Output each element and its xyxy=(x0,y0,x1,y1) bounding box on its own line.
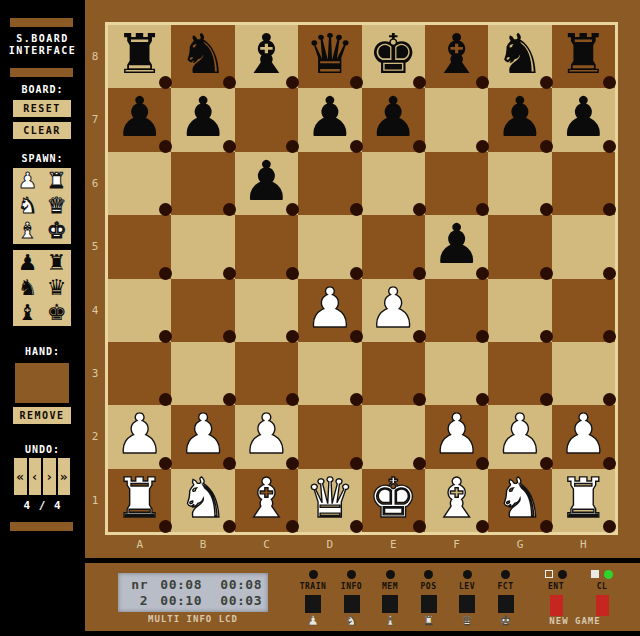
spawn-black-knight[interactable]: ♞ xyxy=(18,276,38,300)
square-f5[interactable]: ♟ xyxy=(425,215,488,278)
board-section-label: BOARD: xyxy=(0,84,85,95)
square-b3[interactable] xyxy=(171,342,234,405)
board-border: ♜♞♝♛♚♝♞♜♟♟♟♟♟♟♟♟♟♟♟♟♟♟♟♟♜♞♝♛♚♝♞♜ xyxy=(105,22,618,535)
square-a7[interactable]: ♟ xyxy=(108,88,171,151)
sensor-dot xyxy=(350,203,363,216)
square-a5[interactable] xyxy=(108,215,171,278)
white-knight-icon: ♞ xyxy=(18,193,38,218)
lcd-row-2: 200:1000:03 xyxy=(126,593,268,609)
undo-counter: 4 / 4 xyxy=(0,499,85,512)
white-queen-icon: ♛ xyxy=(47,193,67,218)
indicator-row xyxy=(309,569,318,579)
square-e4[interactable]: ♟ xyxy=(362,279,425,342)
piece-white-rook: ♜ xyxy=(108,467,171,530)
bishop-icon: ♝ xyxy=(384,614,396,627)
indicator-row xyxy=(347,569,356,579)
sidebar: S.BOARD INTERFACE BOARD: RESET CLEAR SPA… xyxy=(0,0,85,636)
square-c6[interactable]: ♟ xyxy=(235,152,298,215)
spawn-white-pawn[interactable]: ♟ xyxy=(18,169,38,193)
piece-white-pawn: ♟ xyxy=(235,403,298,466)
undo-section-label: UNDO: xyxy=(0,444,85,455)
status-led xyxy=(347,570,356,579)
square-f7[interactable] xyxy=(425,88,488,151)
rank-label-3: 3 xyxy=(87,342,103,405)
lev-label: LEV xyxy=(459,582,475,591)
piece-white-knight: ♞ xyxy=(171,467,234,530)
black-bishop-icon: ♝ xyxy=(18,300,38,325)
undo-last-button[interactable]: » xyxy=(58,458,71,495)
file-label-h: H xyxy=(552,537,615,553)
piece-white-king: ♚ xyxy=(362,467,425,530)
pos-label: POS xyxy=(421,582,437,591)
piece-black-pawn: ♟ xyxy=(108,86,171,149)
lcd-display: nr00:0800:08200:1000:03 xyxy=(118,573,268,612)
spawn-black-rook[interactable]: ♜ xyxy=(47,251,67,275)
piece-black-pawn: ♟ xyxy=(552,86,615,149)
info-label: INFO xyxy=(341,582,362,591)
square-c8[interactable]: ♝ xyxy=(235,25,298,88)
square-d7[interactable]: ♟ xyxy=(298,88,361,151)
piece-white-queen: ♛ xyxy=(298,467,361,530)
square-h5[interactable] xyxy=(552,215,615,278)
spawn-black-king[interactable]: ♚ xyxy=(47,301,67,325)
side-indicator-square xyxy=(591,570,599,578)
piece-black-king: ♚ xyxy=(362,23,425,86)
piece-black-pawn: ♟ xyxy=(171,86,234,149)
king-icon: ♚ xyxy=(500,614,512,627)
square-g8[interactable]: ♞ xyxy=(488,25,551,88)
square-d6[interactable] xyxy=(298,152,361,215)
square-c2[interactable]: ♟ xyxy=(235,405,298,468)
spawn-white-king[interactable]: ♚ xyxy=(47,219,67,243)
square-d2[interactable] xyxy=(298,405,361,468)
queen-icon: ♛ xyxy=(461,614,473,627)
app-title-line2: INTERFACE xyxy=(0,45,85,57)
square-d1[interactable]: ♛ xyxy=(298,469,361,532)
status-led xyxy=(309,570,318,579)
status-led xyxy=(501,570,510,579)
square-f6[interactable] xyxy=(425,152,488,215)
new-game-label: NEW GAME xyxy=(515,616,635,626)
lcd-row-1: nr00:0800:08 xyxy=(126,577,268,593)
sensor-dot xyxy=(223,267,236,280)
undo-back-button[interactable]: ‹ xyxy=(29,458,42,495)
rank-label-6: 6 xyxy=(87,152,103,215)
square-d8[interactable]: ♛ xyxy=(298,25,361,88)
piece-white-knight: ♞ xyxy=(488,467,551,530)
sensor-dot xyxy=(540,203,553,216)
clear-button[interactable]: CLEAR xyxy=(13,122,71,139)
divider-bar xyxy=(10,68,73,77)
square-f3[interactable] xyxy=(425,342,488,405)
spawn-black-bishop[interactable]: ♝ xyxy=(18,301,38,325)
rook-icon: ♜ xyxy=(423,614,435,627)
square-g7[interactable]: ♟ xyxy=(488,88,551,151)
square-h7[interactable]: ♟ xyxy=(552,88,615,151)
spawn-white-rook[interactable]: ♜ xyxy=(47,169,67,193)
rank-label-4: 4 xyxy=(87,279,103,342)
indicator-row xyxy=(424,569,433,579)
square-h3[interactable] xyxy=(552,342,615,405)
square-e5[interactable] xyxy=(362,215,425,278)
indicator-row xyxy=(386,569,395,579)
square-g5[interactable] xyxy=(488,215,551,278)
undo-forward-button[interactable]: › xyxy=(43,458,56,495)
button-group-mem: MEM♝ xyxy=(371,569,409,627)
square-f2[interactable]: ♟ xyxy=(425,405,488,468)
spawn-black-queen[interactable]: ♛ xyxy=(47,276,67,300)
square-b8[interactable]: ♞ xyxy=(171,25,234,88)
spawn-white-queen[interactable]: ♛ xyxy=(47,194,67,218)
black-rook-icon: ♜ xyxy=(47,250,67,275)
cl-button[interactable] xyxy=(596,595,609,616)
button-group-info: INFO♞ xyxy=(333,569,371,627)
undo-first-button[interactable]: « xyxy=(14,458,27,495)
sensor-dot xyxy=(223,330,236,343)
rank-label-8: 8 xyxy=(87,25,103,88)
square-b1[interactable]: ♞ xyxy=(171,469,234,532)
square-h2[interactable]: ♟ xyxy=(552,405,615,468)
file-label-g: G xyxy=(488,537,551,553)
square-c4[interactable] xyxy=(235,279,298,342)
black-king-icon: ♚ xyxy=(47,300,67,325)
button-group-ent: ENT xyxy=(537,569,575,616)
rank-label-1: 1 xyxy=(87,469,103,532)
piece-white-pawn: ♟ xyxy=(362,277,425,340)
fct-button[interactable] xyxy=(498,595,514,613)
spawn-black-pawn[interactable]: ♟ xyxy=(18,251,38,275)
reset-button[interactable]: RESET xyxy=(13,100,71,117)
square-b4[interactable] xyxy=(171,279,234,342)
status-led xyxy=(558,570,567,579)
square-b6[interactable] xyxy=(171,152,234,215)
piece-black-pawn: ♟ xyxy=(362,86,425,149)
square-b2[interactable]: ♟ xyxy=(171,405,234,468)
piece-black-pawn: ♟ xyxy=(488,86,551,149)
piece-white-rook: ♜ xyxy=(552,467,615,530)
square-e8[interactable]: ♚ xyxy=(362,25,425,88)
info-button[interactable] xyxy=(344,595,360,613)
rank-label-2: 2 xyxy=(87,405,103,468)
sensor-dot xyxy=(159,267,172,280)
square-g1[interactable]: ♞ xyxy=(488,469,551,532)
train-label: TRAIN xyxy=(300,582,327,591)
piece-black-bishop: ♝ xyxy=(425,23,488,86)
indicator-row xyxy=(463,569,472,579)
sensor-dot xyxy=(350,393,363,406)
white-pawn-icon: ♟ xyxy=(18,168,38,193)
piece-black-rook: ♜ xyxy=(108,23,171,86)
fct-label: FCT xyxy=(498,582,514,591)
button-group-lev: LEV♛ xyxy=(448,569,486,627)
piece-white-bishop: ♝ xyxy=(425,467,488,530)
square-h1[interactable]: ♜ xyxy=(552,469,615,532)
square-a8[interactable]: ♜ xyxy=(108,25,171,88)
square-e2[interactable] xyxy=(362,405,425,468)
green-led xyxy=(604,570,613,579)
lcd-value: 00:10 xyxy=(156,593,202,609)
lcd-caption: MULTI INFO LCD xyxy=(118,614,268,624)
status-led xyxy=(463,570,472,579)
square-d4[interactable]: ♟ xyxy=(298,279,361,342)
piece-black-queen: ♛ xyxy=(298,23,361,86)
square-g2[interactable]: ♟ xyxy=(488,405,551,468)
square-c1[interactable]: ♝ xyxy=(235,469,298,532)
board-frame: 87654321 ABCDEFGH ♜♞♝♛♚♝♞♜♟♟♟♟♟♟♟♟♟♟♟♟♟♟… xyxy=(85,0,640,558)
sensor-dot xyxy=(540,330,553,343)
divider-bar xyxy=(10,18,73,27)
piece-black-rook: ♜ xyxy=(552,23,615,86)
piece-white-pawn: ♟ xyxy=(488,403,551,466)
undo-controls: «‹›» xyxy=(14,458,70,495)
piece-white-pawn: ♟ xyxy=(108,403,171,466)
square-g4[interactable] xyxy=(488,279,551,342)
square-e3[interactable] xyxy=(362,342,425,405)
square-h8[interactable]: ♜ xyxy=(552,25,615,88)
button-group-pos: POS♜ xyxy=(410,569,448,627)
indicator-row xyxy=(591,569,613,579)
square-c5[interactable] xyxy=(235,215,298,278)
piece-white-pawn: ♟ xyxy=(171,403,234,466)
square-h4[interactable] xyxy=(552,279,615,342)
knight-icon: ♞ xyxy=(346,614,358,627)
square-a1[interactable]: ♜ xyxy=(108,469,171,532)
piece-white-pawn: ♟ xyxy=(552,403,615,466)
black-pawn-icon: ♟ xyxy=(18,250,38,275)
piece-black-bishop: ♝ xyxy=(235,23,298,86)
square-e6[interactable] xyxy=(362,152,425,215)
file-label-c: C xyxy=(235,537,298,553)
square-a3[interactable] xyxy=(108,342,171,405)
square-a6[interactable] xyxy=(108,152,171,215)
button-group-train: TRAIN♟ xyxy=(294,569,332,627)
lcd-value: 2 xyxy=(126,593,148,609)
lcd-value: 00:03 xyxy=(216,593,262,609)
square-e7[interactable]: ♟ xyxy=(362,88,425,151)
spawn-section-label: SPAWN: xyxy=(0,153,85,164)
sensor-dot xyxy=(603,330,616,343)
lcd-value: 00:08 xyxy=(216,577,262,593)
app-title-line1: S.BOARD xyxy=(0,33,85,45)
chess-board: ♜♞♝♛♚♝♞♜♟♟♟♟♟♟♟♟♟♟♟♟♟♟♟♟♜♞♝♛♚♝♞♜ xyxy=(108,25,615,532)
piece-black-knight: ♞ xyxy=(488,23,551,86)
indicator-row xyxy=(501,569,510,579)
mem-button[interactable] xyxy=(382,595,398,613)
square-c3[interactable] xyxy=(235,342,298,405)
file-label-d: D xyxy=(298,537,361,553)
spawn-white-bishop[interactable]: ♝ xyxy=(18,219,38,243)
file-label-a: A xyxy=(108,537,171,553)
lcd-value: 00:08 xyxy=(156,577,202,593)
square-d3[interactable] xyxy=(298,342,361,405)
square-f4[interactable] xyxy=(425,279,488,342)
cl-label: CL xyxy=(597,582,608,591)
ent-button[interactable] xyxy=(550,595,563,616)
square-b5[interactable] xyxy=(171,215,234,278)
piece-white-pawn: ♟ xyxy=(298,277,361,340)
button-group-cl: CL xyxy=(583,569,621,616)
white-rook-icon: ♜ xyxy=(47,168,67,193)
square-g6[interactable] xyxy=(488,152,551,215)
square-f8[interactable]: ♝ xyxy=(425,25,488,88)
piece-white-pawn: ♟ xyxy=(425,403,488,466)
divider-bar xyxy=(10,522,73,531)
app-title: S.BOARD INTERFACE xyxy=(0,33,85,57)
ent-label: ENT xyxy=(548,582,564,591)
square-g3[interactable] xyxy=(488,342,551,405)
lcd-value: nr xyxy=(126,577,148,593)
hand-slot[interactable] xyxy=(15,363,69,403)
sensor-dot xyxy=(603,267,616,280)
square-b7[interactable]: ♟ xyxy=(171,88,234,151)
indicator-row xyxy=(545,569,567,579)
lev-button[interactable] xyxy=(459,595,475,613)
square-d5[interactable] xyxy=(298,215,361,278)
square-a4[interactable] xyxy=(108,279,171,342)
piece-black-knight: ♞ xyxy=(171,23,234,86)
sboard-app: S.BOARD INTERFACE BOARD: RESET CLEAR SPA… xyxy=(0,0,640,636)
spawn-palette-black: ♟♜♞♛♝♚ xyxy=(13,250,71,326)
square-e1[interactable]: ♚ xyxy=(362,469,425,532)
file-label-e: E xyxy=(362,537,425,553)
file-label-b: B xyxy=(171,537,234,553)
square-c7[interactable] xyxy=(235,88,298,151)
remove-button[interactable]: REMOVE xyxy=(13,407,71,424)
sensor-dot xyxy=(540,267,553,280)
square-f1[interactable]: ♝ xyxy=(425,469,488,532)
square-a2[interactable]: ♟ xyxy=(108,405,171,468)
status-led xyxy=(386,570,395,579)
hand-section-label: HAND: xyxy=(0,346,85,357)
black-queen-icon: ♛ xyxy=(47,275,67,300)
spawn-palette-white: ♟♜♞♛♝♚ xyxy=(13,168,71,244)
square-h6[interactable] xyxy=(552,152,615,215)
side-indicator-square xyxy=(545,570,553,578)
train-button[interactable] xyxy=(305,595,321,613)
piece-black-pawn: ♟ xyxy=(298,86,361,149)
pos-button[interactable] xyxy=(421,595,437,613)
piece-black-pawn: ♟ xyxy=(425,213,488,276)
control-panel: nr00:0800:08200:1000:03 MULTI INFO LCD T… xyxy=(85,563,640,631)
white-bishop-icon: ♝ xyxy=(18,218,38,243)
file-label-f: F xyxy=(425,537,488,553)
black-knight-icon: ♞ xyxy=(18,275,38,300)
piece-black-pawn: ♟ xyxy=(235,150,298,213)
rank-label-7: 7 xyxy=(87,88,103,151)
piece-white-bishop: ♝ xyxy=(235,467,298,530)
rank-label-5: 5 xyxy=(87,215,103,278)
status-led xyxy=(424,570,433,579)
white-king-icon: ♚ xyxy=(47,218,67,243)
pawn-icon: ♟ xyxy=(307,614,319,627)
mem-label: MEM xyxy=(382,582,398,591)
spawn-white-knight[interactable]: ♞ xyxy=(18,194,38,218)
